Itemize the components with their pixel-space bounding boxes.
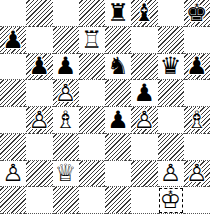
square-d8[interactable] [79, 0, 105, 27]
white-pawn-icon: ♙ [131, 107, 157, 133]
piece-black-pawn[interactable]: ♟♟ [184, 54, 210, 80]
piece-black-king[interactable]: ♚♚ [184, 0, 210, 26]
square-c6[interactable]: ♟♟ [53, 54, 79, 81]
square-c4[interactable]: ♝♗ [53, 107, 79, 134]
square-a2[interactable]: ♟♙ [0, 161, 26, 188]
square-b2[interactable] [26, 161, 52, 188]
piece-black-queen[interactable]: ♛♛ [158, 54, 184, 80]
piece-white-pawn[interactable]: ♟♙ [53, 80, 79, 106]
square-d2[interactable] [79, 161, 105, 188]
white-rook-icon: ♖ [79, 27, 105, 53]
piece-black-rook[interactable]: ♜♜ [105, 0, 131, 26]
piece-white-queen[interactable]: ♛♕ [53, 161, 79, 187]
square-c8[interactable] [53, 0, 79, 27]
piece-white-bishop[interactable]: ♝♗ [184, 107, 210, 133]
square-b7[interactable] [26, 27, 52, 54]
square-c2[interactable]: ♛♕ [53, 161, 79, 188]
black-queen-icon: ♛ [158, 54, 184, 80]
square-b4[interactable]: ♟♙ [26, 107, 52, 134]
piece-white-pawn[interactable]: ♟♙ [26, 107, 52, 133]
square-h8[interactable]: ♚♚ [184, 0, 210, 27]
square-g4[interactable] [158, 107, 184, 134]
black-pawn-icon: ♟ [53, 54, 79, 80]
square-c1[interactable] [53, 187, 79, 214]
piece-white-king[interactable]: ♚♔ [158, 187, 184, 213]
square-f3[interactable] [131, 134, 157, 161]
piece-black-pawn[interactable]: ♟♟ [53, 54, 79, 80]
square-h3[interactable] [184, 134, 210, 161]
square-g8[interactable] [158, 0, 184, 27]
white-pawn-icon: ♙ [158, 161, 184, 187]
white-pawn-icon: ♙ [0, 161, 26, 187]
square-f1[interactable] [131, 187, 157, 214]
square-e4[interactable]: ♟♟ [105, 107, 131, 134]
square-b1[interactable] [26, 187, 52, 214]
square-f5[interactable]: ♟♟ [131, 80, 157, 107]
square-h7[interactable] [184, 27, 210, 54]
square-b6[interactable]: ♟♟ [26, 54, 52, 81]
square-a6[interactable] [0, 54, 26, 81]
square-e3[interactable] [105, 134, 131, 161]
white-queen-icon: ♕ [53, 161, 79, 187]
square-h2[interactable]: ♟♙ [184, 161, 210, 188]
piece-black-pawn[interactable]: ♟♟ [131, 80, 157, 106]
square-h4[interactable]: ♝♗ [184, 107, 210, 134]
square-d5[interactable] [79, 80, 105, 107]
square-h6[interactable]: ♟♟ [184, 54, 210, 81]
square-g3[interactable] [158, 134, 184, 161]
square-c3[interactable] [53, 134, 79, 161]
square-d6[interactable] [79, 54, 105, 81]
black-king-icon: ♚ [184, 0, 210, 26]
square-f4[interactable]: ♟♙ [131, 107, 157, 134]
black-pawn-icon: ♟ [131, 80, 157, 106]
square-a1[interactable] [0, 187, 26, 214]
black-pawn-icon: ♟ [184, 54, 210, 80]
piece-white-bishop[interactable]: ♝♗ [53, 107, 79, 133]
chess-board: ♜♜♝♝♚♚♟♟♜♖♟♟♟♟♞♞♛♛♟♟♟♙♟♟♟♙♝♗♟♟♟♙♝♗♟♙♛♕♟♙… [0, 0, 210, 214]
square-d3[interactable] [79, 134, 105, 161]
square-f7[interactable] [131, 27, 157, 54]
white-king-icon: ♔ [158, 187, 184, 213]
square-b8[interactable] [26, 0, 52, 27]
square-g2[interactable]: ♟♙ [158, 161, 184, 188]
white-bishop-icon: ♗ [184, 107, 210, 133]
white-pawn-icon: ♙ [184, 161, 210, 187]
square-a3[interactable] [0, 134, 26, 161]
piece-black-knight[interactable]: ♞♞ [105, 54, 131, 80]
square-c7[interactable] [53, 27, 79, 54]
piece-black-pawn[interactable]: ♟♟ [105, 107, 131, 133]
square-f6[interactable] [131, 54, 157, 81]
black-pawn-icon: ♟ [0, 27, 26, 53]
square-h1[interactable] [184, 187, 210, 214]
square-b5[interactable] [26, 80, 52, 107]
black-knight-icon: ♞ [105, 54, 131, 80]
square-d7[interactable]: ♜♖ [79, 27, 105, 54]
white-pawn-icon: ♙ [53, 80, 79, 106]
square-b3[interactable] [26, 134, 52, 161]
square-e7[interactable] [105, 27, 131, 54]
piece-white-pawn[interactable]: ♟♙ [0, 161, 26, 187]
square-d4[interactable] [79, 107, 105, 134]
square-e5[interactable] [105, 80, 131, 107]
square-a7[interactable]: ♟♟ [0, 27, 26, 54]
square-e6[interactable]: ♞♞ [105, 54, 131, 81]
square-g5[interactable] [158, 80, 184, 107]
square-a5[interactable] [0, 80, 26, 107]
square-f2[interactable] [131, 161, 157, 188]
square-g6[interactable]: ♛♛ [158, 54, 184, 81]
square-e8[interactable]: ♜♜ [105, 0, 131, 27]
square-h5[interactable] [184, 80, 210, 107]
black-pawn-icon: ♟ [26, 54, 52, 80]
piece-black-pawn[interactable]: ♟♟ [0, 27, 26, 53]
piece-white-rook[interactable]: ♜♖ [79, 27, 105, 53]
square-f8[interactable]: ♝♝ [131, 0, 157, 27]
square-a4[interactable] [0, 107, 26, 134]
square-g1[interactable]: ♚♔ [158, 187, 184, 214]
square-c5[interactable]: ♟♙ [53, 80, 79, 107]
square-a8[interactable] [0, 0, 26, 27]
piece-white-pawn[interactable]: ♟♙ [158, 161, 184, 187]
piece-white-pawn[interactable]: ♟♙ [131, 107, 157, 133]
square-e2[interactable] [105, 161, 131, 188]
piece-black-bishop[interactable]: ♝♝ [131, 0, 157, 26]
square-d1[interactable] [79, 187, 105, 214]
white-pawn-icon: ♙ [26, 107, 52, 133]
piece-black-pawn[interactable]: ♟♟ [26, 54, 52, 80]
white-bishop-icon: ♗ [53, 107, 79, 133]
square-g7[interactable] [158, 27, 184, 54]
black-rook-icon: ♜ [105, 0, 131, 26]
black-pawn-icon: ♟ [105, 107, 131, 133]
square-e1[interactable] [105, 187, 131, 214]
piece-white-pawn[interactable]: ♟♙ [184, 161, 210, 187]
black-bishop-icon: ♝ [131, 0, 157, 26]
